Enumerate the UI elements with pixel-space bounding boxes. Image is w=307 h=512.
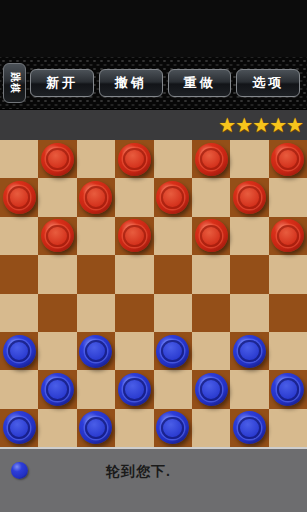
red-checker-piece[interactable] <box>271 143 304 176</box>
red-checker-piece[interactable] <box>41 143 74 176</box>
board-square[interactable] <box>0 409 38 447</box>
board-square[interactable] <box>115 332 153 370</box>
board-square[interactable] <box>38 178 76 216</box>
board-square[interactable] <box>38 332 76 370</box>
board-square[interactable] <box>77 217 115 255</box>
board-square[interactable] <box>269 370 307 408</box>
blue-checker-piece[interactable] <box>195 373 228 406</box>
board-square[interactable] <box>0 255 38 293</box>
red-checker-piece[interactable] <box>195 143 228 176</box>
board-square[interactable] <box>38 140 76 178</box>
board-square[interactable] <box>115 140 153 178</box>
menu-side-tab[interactable]: 跳棋 <box>3 63 26 103</box>
board-square[interactable] <box>269 255 307 293</box>
star-icon: ★ <box>252 114 270 136</box>
blue-checker-piece[interactable] <box>233 411 266 444</box>
board-square[interactable] <box>269 294 307 332</box>
board-square[interactable] <box>192 409 230 447</box>
new-game-button[interactable]: 新开 <box>30 69 94 97</box>
board-square[interactable] <box>77 409 115 447</box>
blue-checker-piece[interactable] <box>156 411 189 444</box>
blue-checker-piece[interactable] <box>118 373 151 406</box>
board-square[interactable] <box>38 255 76 293</box>
board-square[interactable] <box>230 178 268 216</box>
red-checker-piece[interactable] <box>79 181 112 214</box>
board-square[interactable] <box>230 370 268 408</box>
red-checker-piece[interactable] <box>3 181 36 214</box>
blue-checker-piece[interactable] <box>156 335 189 368</box>
board-square[interactable] <box>154 409 192 447</box>
toolbar: 跳棋 新开 撤销 重做 选项 <box>0 57 307 110</box>
board-square[interactable] <box>192 255 230 293</box>
blue-checker-piece[interactable] <box>79 335 112 368</box>
board-square[interactable] <box>154 332 192 370</box>
board-square[interactable] <box>115 178 153 216</box>
board-square[interactable] <box>230 217 268 255</box>
board-square[interactable] <box>115 370 153 408</box>
board-square[interactable] <box>192 294 230 332</box>
board-square[interactable] <box>230 255 268 293</box>
board-square[interactable] <box>269 140 307 178</box>
board-square[interactable] <box>115 409 153 447</box>
undo-button[interactable]: 撤销 <box>99 69 163 97</box>
blue-checker-piece[interactable] <box>233 335 266 368</box>
red-checker-piece[interactable] <box>233 181 266 214</box>
options-button[interactable]: 选项 <box>236 69 300 97</box>
blue-checker-piece[interactable] <box>3 411 36 444</box>
board-square[interactable] <box>154 140 192 178</box>
board-square[interactable] <box>115 217 153 255</box>
board-square[interactable] <box>269 409 307 447</box>
board-square[interactable] <box>230 294 268 332</box>
board-square[interactable] <box>77 370 115 408</box>
board-square[interactable] <box>0 294 38 332</box>
board-square[interactable] <box>77 178 115 216</box>
board-square[interactable] <box>0 370 38 408</box>
blue-checker-piece[interactable] <box>271 373 304 406</box>
board-square[interactable] <box>0 178 38 216</box>
blue-checker-piece[interactable] <box>3 335 36 368</box>
board-square[interactable] <box>77 255 115 293</box>
board-square[interactable] <box>154 178 192 216</box>
red-checker-piece[interactable] <box>156 181 189 214</box>
blue-checker-piece[interactable] <box>79 411 112 444</box>
redo-button[interactable]: 重做 <box>168 69 232 97</box>
board-square[interactable] <box>192 332 230 370</box>
board-square[interactable] <box>230 140 268 178</box>
rating-bar: ★★★★★ <box>0 110 307 140</box>
board-square[interactable] <box>38 294 76 332</box>
red-checker-piece[interactable] <box>195 219 228 252</box>
status-message: 轮到您下. <box>0 463 277 481</box>
star-icon: ★ <box>235 114 253 136</box>
status-bar: 轮到您下. <box>0 447 307 512</box>
star-icon: ★ <box>286 114 304 136</box>
board-square[interactable] <box>38 217 76 255</box>
board-square[interactable] <box>154 217 192 255</box>
star-icon: ★ <box>269 114 287 136</box>
red-checker-piece[interactable] <box>271 219 304 252</box>
board-square[interactable] <box>269 178 307 216</box>
board-square[interactable] <box>154 370 192 408</box>
board-square[interactable] <box>0 332 38 370</box>
five-star-rating: ★★★★★ <box>219 115 304 136</box>
red-checker-piece[interactable] <box>118 219 151 252</box>
app-screen: 跳棋 新开 撤销 重做 选项 ★★★★★ 轮到您下. <box>0 0 307 512</box>
board-square[interactable] <box>230 409 268 447</box>
board-square[interactable] <box>77 140 115 178</box>
board-square[interactable] <box>154 294 192 332</box>
board-square[interactable] <box>77 332 115 370</box>
board-square[interactable] <box>115 255 153 293</box>
board-square[interactable] <box>154 255 192 293</box>
board-square[interactable] <box>115 294 153 332</box>
board-square[interactable] <box>77 294 115 332</box>
board-square[interactable] <box>269 217 307 255</box>
board-square[interactable] <box>192 217 230 255</box>
red-checker-piece[interactable] <box>41 219 74 252</box>
board-square[interactable] <box>192 370 230 408</box>
board-square[interactable] <box>192 140 230 178</box>
board-square[interactable] <box>38 409 76 447</box>
star-icon: ★ <box>218 114 236 136</box>
board-square[interactable] <box>0 140 38 178</box>
checkers-board[interactable] <box>0 140 307 447</box>
board-square[interactable] <box>0 217 38 255</box>
board-square[interactable] <box>269 332 307 370</box>
top-black-bar <box>0 0 307 57</box>
board-square[interactable] <box>192 178 230 216</box>
menu-side-tab-label: 跳棋 <box>8 72 22 94</box>
board-square[interactable] <box>38 370 76 408</box>
board-square[interactable] <box>230 332 268 370</box>
red-checker-piece[interactable] <box>118 143 151 176</box>
blue-checker-piece[interactable] <box>41 373 74 406</box>
